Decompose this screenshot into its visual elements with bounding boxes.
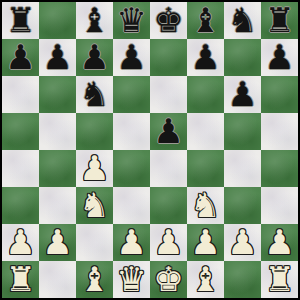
piece-white-pawn[interactable]: ♟ bbox=[153, 224, 183, 261]
square-f8[interactable]: ♝ bbox=[187, 2, 224, 39]
square-f4[interactable] bbox=[187, 150, 224, 187]
piece-black-rook[interactable]: ♜ bbox=[264, 2, 294, 39]
square-e7[interactable] bbox=[150, 39, 187, 76]
square-d5[interactable] bbox=[113, 113, 150, 150]
piece-black-pawn[interactable]: ♟ bbox=[190, 39, 220, 76]
square-f3[interactable]: ♞ bbox=[187, 187, 224, 224]
square-h2[interactable]: ♟ bbox=[261, 224, 298, 261]
square-e3[interactable] bbox=[150, 187, 187, 224]
square-e2[interactable]: ♟ bbox=[150, 224, 187, 261]
square-a1[interactable]: ♜ bbox=[2, 261, 39, 298]
square-g2[interactable]: ♟ bbox=[224, 224, 261, 261]
square-d2[interactable]: ♟ bbox=[113, 224, 150, 261]
square-h7[interactable]: ♟ bbox=[261, 39, 298, 76]
square-h3[interactable] bbox=[261, 187, 298, 224]
square-g3[interactable] bbox=[224, 187, 261, 224]
square-c6[interactable]: ♞ bbox=[76, 76, 113, 113]
square-d6[interactable] bbox=[113, 76, 150, 113]
square-b5[interactable] bbox=[39, 113, 76, 150]
square-b3[interactable] bbox=[39, 187, 76, 224]
square-h1[interactable]: ♜ bbox=[261, 261, 298, 298]
piece-black-queen[interactable]: ♛ bbox=[116, 2, 146, 39]
piece-white-knight[interactable]: ♞ bbox=[79, 187, 109, 224]
piece-white-pawn[interactable]: ♟ bbox=[264, 224, 294, 261]
piece-black-bishop[interactable]: ♝ bbox=[190, 2, 220, 39]
piece-white-knight[interactable]: ♞ bbox=[190, 187, 220, 224]
square-a8[interactable]: ♜ bbox=[2, 2, 39, 39]
square-c1[interactable]: ♝ bbox=[76, 261, 113, 298]
square-f2[interactable]: ♟ bbox=[187, 224, 224, 261]
piece-black-bishop[interactable]: ♝ bbox=[79, 2, 109, 39]
piece-black-pawn[interactable]: ♟ bbox=[264, 39, 294, 76]
square-g8[interactable]: ♞ bbox=[224, 2, 261, 39]
square-h6[interactable] bbox=[261, 76, 298, 113]
piece-white-king[interactable]: ♚ bbox=[153, 261, 183, 298]
square-d4[interactable] bbox=[113, 150, 150, 187]
piece-black-rook[interactable]: ♜ bbox=[5, 2, 35, 39]
piece-black-knight[interactable]: ♞ bbox=[79, 76, 109, 113]
piece-white-rook[interactable]: ♜ bbox=[5, 261, 35, 298]
piece-white-pawn[interactable]: ♟ bbox=[42, 224, 72, 261]
square-c3[interactable]: ♞ bbox=[76, 187, 113, 224]
square-e1[interactable]: ♚ bbox=[150, 261, 187, 298]
square-b8[interactable] bbox=[39, 2, 76, 39]
chess-board: ♜♝♛♚♝♞♜♟♟♟♟♟♟♞♟♟♟♞♞♟♟♟♟♟♟♟♜♝♛♚♝♜ bbox=[0, 0, 300, 300]
piece-black-pawn[interactable]: ♟ bbox=[116, 39, 146, 76]
piece-black-pawn[interactable]: ♟ bbox=[227, 76, 257, 113]
piece-white-queen[interactable]: ♛ bbox=[116, 261, 146, 298]
square-h5[interactable] bbox=[261, 113, 298, 150]
square-c4[interactable]: ♟ bbox=[76, 150, 113, 187]
square-d3[interactable] bbox=[113, 187, 150, 224]
square-b2[interactable]: ♟ bbox=[39, 224, 76, 261]
square-e6[interactable] bbox=[150, 76, 187, 113]
square-d1[interactable]: ♛ bbox=[113, 261, 150, 298]
piece-white-pawn[interactable]: ♟ bbox=[227, 224, 257, 261]
piece-black-pawn[interactable]: ♟ bbox=[79, 39, 109, 76]
piece-white-pawn[interactable]: ♟ bbox=[79, 150, 109, 187]
square-c2[interactable] bbox=[76, 224, 113, 261]
square-f5[interactable] bbox=[187, 113, 224, 150]
square-d7[interactable]: ♟ bbox=[113, 39, 150, 76]
square-a2[interactable]: ♟ bbox=[2, 224, 39, 261]
piece-black-king[interactable]: ♚ bbox=[153, 2, 183, 39]
square-e4[interactable] bbox=[150, 150, 187, 187]
square-d8[interactable]: ♛ bbox=[113, 2, 150, 39]
square-b6[interactable] bbox=[39, 76, 76, 113]
square-b7[interactable]: ♟ bbox=[39, 39, 76, 76]
piece-white-rook[interactable]: ♜ bbox=[264, 261, 294, 298]
piece-white-bishop[interactable]: ♝ bbox=[79, 261, 109, 298]
piece-white-pawn[interactable]: ♟ bbox=[116, 224, 146, 261]
square-g5[interactable] bbox=[224, 113, 261, 150]
square-a6[interactable] bbox=[2, 76, 39, 113]
square-c7[interactable]: ♟ bbox=[76, 39, 113, 76]
square-g7[interactable] bbox=[224, 39, 261, 76]
square-a7[interactable]: ♟ bbox=[2, 39, 39, 76]
chess-board-container: ♜♝♛♚♝♞♜♟♟♟♟♟♟♞♟♟♟♞♞♟♟♟♟♟♟♟♜♝♛♚♝♜ bbox=[0, 0, 300, 300]
square-e8[interactable]: ♚ bbox=[150, 2, 187, 39]
piece-black-knight[interactable]: ♞ bbox=[227, 2, 257, 39]
square-f1[interactable]: ♝ bbox=[187, 261, 224, 298]
piece-white-pawn[interactable]: ♟ bbox=[190, 224, 220, 261]
square-a5[interactable] bbox=[2, 113, 39, 150]
square-g6[interactable]: ♟ bbox=[224, 76, 261, 113]
square-a4[interactable] bbox=[2, 150, 39, 187]
piece-black-pawn[interactable]: ♟ bbox=[42, 39, 72, 76]
square-b4[interactable] bbox=[39, 150, 76, 187]
square-c5[interactable] bbox=[76, 113, 113, 150]
piece-black-pawn[interactable]: ♟ bbox=[5, 39, 35, 76]
square-e5[interactable]: ♟ bbox=[150, 113, 187, 150]
piece-white-bishop[interactable]: ♝ bbox=[190, 261, 220, 298]
piece-black-pawn[interactable]: ♟ bbox=[153, 113, 183, 150]
square-a3[interactable] bbox=[2, 187, 39, 224]
square-f6[interactable] bbox=[187, 76, 224, 113]
square-h8[interactable]: ♜ bbox=[261, 2, 298, 39]
square-f7[interactable]: ♟ bbox=[187, 39, 224, 76]
square-h4[interactable] bbox=[261, 150, 298, 187]
square-g1[interactable] bbox=[224, 261, 261, 298]
square-g4[interactable] bbox=[224, 150, 261, 187]
square-b1[interactable] bbox=[39, 261, 76, 298]
square-c8[interactable]: ♝ bbox=[76, 2, 113, 39]
piece-white-pawn[interactable]: ♟ bbox=[5, 224, 35, 261]
